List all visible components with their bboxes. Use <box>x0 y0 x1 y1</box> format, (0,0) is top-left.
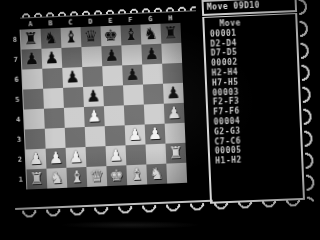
black-pawn: ♟ <box>104 46 119 67</box>
white-pawn: ♟ <box>128 125 143 146</box>
board-grid: ♜♞♝♛♚♝♞♜♟♟♟♟♟♟♟♟♟♟♟♟♟♟♟♟♜♜♞♝♛♚♝♞ <box>20 23 188 190</box>
white-knight: ♞ <box>149 164 164 185</box>
chess-program-screen: ABCDEFGH 87654321 ♜♞♝♛♚♝♞♜♟♟♟♟♟♟♟♟♟♟♟♟♟♟… <box>1 0 312 220</box>
square-g2[interactable] <box>146 144 167 165</box>
square-c7[interactable] <box>61 47 82 68</box>
square-a6[interactable] <box>22 69 43 90</box>
square-g4[interactable] <box>144 104 165 125</box>
square-f8[interactable]: ♝ <box>121 25 142 46</box>
black-knight: ♞ <box>43 28 58 49</box>
rank-label-4: 4 <box>11 110 24 130</box>
square-e6[interactable] <box>102 65 123 86</box>
white-pawn: ♟ <box>108 145 123 166</box>
white-bishop: ♝ <box>129 165 144 186</box>
square-a7[interactable]: ♟ <box>21 49 42 70</box>
square-c1[interactable]: ♝ <box>66 167 87 188</box>
square-e2[interactable]: ♟ <box>106 145 127 166</box>
white-bishop: ♝ <box>69 167 84 188</box>
square-f6[interactable]: ♟ <box>122 65 143 86</box>
square-h1[interactable] <box>166 163 187 184</box>
file-label-e: E <box>100 14 120 26</box>
white-pawn: ♟ <box>28 149 43 170</box>
square-a5[interactable] <box>23 89 44 110</box>
square-d3[interactable] <box>85 126 106 147</box>
square-d1[interactable]: ♛ <box>86 166 107 187</box>
square-h8[interactable]: ♜ <box>160 23 181 44</box>
black-bishop: ♝ <box>63 27 78 48</box>
square-h6[interactable] <box>162 63 183 84</box>
square-g1[interactable]: ♞ <box>146 164 167 185</box>
file-label-c: C <box>60 16 80 28</box>
black-bishop: ♝ <box>123 25 138 46</box>
square-h7[interactable] <box>161 43 182 64</box>
white-pawn: ♟ <box>68 147 83 168</box>
square-d4[interactable]: ♟ <box>84 106 105 127</box>
square-d6[interactable] <box>82 66 103 87</box>
square-c6[interactable]: ♟ <box>62 67 83 88</box>
square-c5[interactable] <box>63 87 84 108</box>
rank-label-1: 1 <box>13 170 26 190</box>
white-king: ♚ <box>109 165 124 186</box>
file-label-d: D <box>80 15 100 27</box>
white-knight: ♞ <box>49 168 64 189</box>
square-f7[interactable] <box>121 45 142 66</box>
square-b1[interactable]: ♞ <box>46 168 67 189</box>
square-b3[interactable] <box>45 128 66 149</box>
black-pawn: ♟ <box>144 44 159 65</box>
white-queen: ♛ <box>89 166 104 187</box>
square-a2[interactable]: ♟ <box>26 149 47 170</box>
square-c2[interactable]: ♟ <box>66 147 87 168</box>
square-h3[interactable] <box>165 123 186 144</box>
black-rook: ♜ <box>163 23 178 44</box>
square-c3[interactable] <box>65 127 86 148</box>
black-pawn: ♟ <box>24 49 39 70</box>
move-list: Move 00001D2-D4D7-D500002H2-H4H7-H500003… <box>202 13 305 204</box>
black-rook: ♜ <box>23 29 38 50</box>
square-h2[interactable]: ♜ <box>166 143 187 164</box>
square-g7[interactable]: ♟ <box>141 44 162 65</box>
square-b6[interactable] <box>42 68 63 89</box>
square-d5[interactable]: ♟ <box>83 86 104 107</box>
square-d7[interactable] <box>81 46 102 67</box>
square-g3[interactable]: ♟ <box>145 124 166 145</box>
white-pawn: ♟ <box>48 148 63 169</box>
square-e5[interactable] <box>103 85 124 106</box>
white-pawn: ♟ <box>87 106 102 127</box>
square-g8[interactable]: ♞ <box>140 24 161 45</box>
square-f4[interactable] <box>124 105 145 126</box>
square-g5[interactable] <box>143 84 164 105</box>
file-label-a: A <box>20 18 40 30</box>
square-e4[interactable] <box>104 105 125 126</box>
white-rook: ♜ <box>168 143 183 164</box>
crt-photo: ABCDEFGH 87654321 ♜♞♝♛♚♝♞♜♟♟♟♟♟♟♟♟♟♟♟♟♟♟… <box>0 0 320 240</box>
file-label-f: F <box>120 14 140 26</box>
square-e1[interactable]: ♚ <box>106 165 127 186</box>
square-b2[interactable]: ♟ <box>46 148 67 169</box>
file-label-b: B <box>40 17 60 29</box>
square-f1[interactable]: ♝ <box>126 164 147 185</box>
square-d2[interactable] <box>86 146 107 167</box>
black-pawn: ♟ <box>44 48 59 69</box>
square-h5[interactable]: ♟ <box>163 83 184 104</box>
square-g6[interactable] <box>142 64 163 85</box>
white-pawn: ♟ <box>148 124 163 145</box>
square-e7[interactable]: ♟ <box>101 45 122 66</box>
square-c8[interactable]: ♝ <box>61 27 82 48</box>
move-panel: Move 09D10 Move 00001D2-D4D7-D500002H2-H… <box>202 0 305 204</box>
square-f5[interactable] <box>123 85 144 106</box>
square-e8[interactable]: ♚ <box>101 25 122 46</box>
black-king: ♚ <box>103 26 118 47</box>
white-rook: ♜ <box>29 169 44 190</box>
square-a1[interactable]: ♜ <box>26 169 47 190</box>
square-e3[interactable] <box>105 125 126 146</box>
square-b8[interactable]: ♞ <box>41 28 62 49</box>
square-f2[interactable] <box>126 144 147 165</box>
square-f3[interactable]: ♟ <box>125 124 146 145</box>
rank-label-2: 2 <box>13 150 26 170</box>
rank-label-5: 5 <box>10 90 23 110</box>
square-b4[interactable] <box>44 108 65 129</box>
black-pawn: ♟ <box>125 65 140 86</box>
square-b5[interactable] <box>43 88 64 109</box>
square-a3[interactable] <box>25 129 46 150</box>
rank-label-3: 3 <box>12 130 25 150</box>
square-a4[interactable] <box>24 109 45 130</box>
black-queen: ♛ <box>83 26 98 47</box>
square-c4[interactable] <box>64 107 85 128</box>
square-b7[interactable]: ♟ <box>41 48 62 69</box>
white-pawn: ♟ <box>167 103 182 124</box>
black-pawn: ♟ <box>65 67 80 88</box>
rank-label-7: 7 <box>8 50 21 70</box>
black-pawn: ♟ <box>166 83 181 104</box>
square-d8[interactable]: ♛ <box>81 26 102 47</box>
file-label-g: G <box>140 13 160 25</box>
board-area: ABCDEFGH 87654321 ♜♞♝♛♚♝♞♜♟♟♟♟♟♟♟♟♟♟♟♟♟♟… <box>7 4 203 190</box>
file-label-h: H <box>160 12 180 24</box>
square-h4[interactable]: ♟ <box>164 103 185 124</box>
black-knight: ♞ <box>143 24 158 45</box>
square-a8[interactable]: ♜ <box>21 29 42 50</box>
screen-glare <box>30 218 230 232</box>
rank-label-8: 8 <box>8 30 21 50</box>
black-pawn: ♟ <box>86 86 101 107</box>
rank-label-6: 6 <box>9 70 22 90</box>
